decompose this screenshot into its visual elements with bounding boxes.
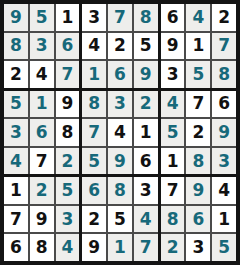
box-7: 125793684 [4,177,79,261]
cell-r5c7-solved[interactable]: 5 [161,119,185,146]
cell-r7c9-given[interactable]: 4 [212,177,236,204]
cell-r5c5-given[interactable]: 4 [108,119,132,146]
cell-r2c2-solved[interactable]: 3 [30,33,54,60]
cell-r9c4-given[interactable]: 9 [82,234,106,261]
cell-r8c8-solved[interactable]: 6 [186,206,210,233]
box-3: 642917358 [161,4,236,88]
cell-r8c2-given[interactable]: 9 [30,206,54,233]
cell-r6c4-solved[interactable]: 5 [82,148,106,175]
cell-r5c9-solved[interactable]: 9 [212,119,236,146]
cell-r9c5-solved[interactable]: 1 [108,234,132,261]
cell-r5c8-given[interactable]: 2 [186,119,210,146]
box-6: 476529183 [161,91,236,175]
cell-r2c8-given[interactable]: 1 [186,33,210,60]
cell-r2c9-solved[interactable]: 7 [212,33,236,60]
cell-r3c7-given[interactable]: 3 [161,61,185,88]
cell-r1c5-solved[interactable]: 7 [108,4,132,31]
cell-r8c7-solved[interactable]: 8 [161,206,185,233]
box-4: 519368472 [4,91,79,175]
cell-r6c6-given[interactable]: 6 [134,148,158,175]
cell-r2c1-solved[interactable]: 8 [4,33,28,60]
cell-r2c7-given[interactable]: 9 [161,33,185,60]
cell-r2c6-given[interactable]: 5 [134,33,158,60]
cell-r2c5-given[interactable]: 2 [108,33,132,60]
cell-r1c7-given[interactable]: 6 [161,4,185,31]
cell-r3c1-given[interactable]: 2 [4,61,28,88]
cell-r4c4-solved[interactable]: 8 [82,91,106,118]
cell-r5c6-given[interactable]: 1 [134,119,158,146]
cell-r4c1-solved[interactable]: 5 [4,91,28,118]
cell-r4c2-solved[interactable]: 1 [30,91,54,118]
cell-r8c5-given[interactable]: 5 [108,206,132,233]
cell-r3c4-solved[interactable]: 1 [82,61,106,88]
cell-r1c9-given[interactable]: 2 [212,4,236,31]
cell-r4c8-given[interactable]: 7 [186,91,210,118]
cell-r6c2-given[interactable]: 7 [30,148,54,175]
cell-r4c3-given[interactable]: 9 [56,91,80,118]
cell-r3c5-solved[interactable]: 6 [108,61,132,88]
cell-r3c6-solved[interactable]: 9 [134,61,158,88]
cell-r8c1-given[interactable]: 7 [4,206,28,233]
cell-r8c6-solved[interactable]: 4 [134,206,158,233]
cell-r7c4-solved[interactable]: 6 [82,177,106,204]
cell-r4c9-given[interactable]: 6 [212,91,236,118]
cell-r7c3-solved[interactable]: 5 [56,177,80,204]
cell-r7c2-solved[interactable]: 2 [30,177,54,204]
cell-r9c9-solved[interactable]: 5 [212,234,236,261]
cell-r4c5-solved[interactable]: 3 [108,91,132,118]
cell-r1c8-solved[interactable]: 4 [186,4,210,31]
cell-r6c9-solved[interactable]: 3 [212,148,236,175]
cell-r2c3-solved[interactable]: 6 [56,33,80,60]
cell-r5c2-solved[interactable]: 6 [30,119,54,146]
cell-r7c1-given[interactable]: 1 [4,177,28,204]
cell-r7c8-solved[interactable]: 9 [186,177,210,204]
cell-r7c5-solved[interactable]: 8 [108,177,132,204]
box-8: 683254917 [82,177,157,261]
cell-r8c4-given[interactable]: 2 [82,206,106,233]
box-2: 378425169 [82,4,157,88]
cell-r3c3-solved[interactable]: 7 [56,61,80,88]
box-9: 794861235 [161,177,236,261]
cell-r4c7-solved[interactable]: 4 [161,91,185,118]
cell-r9c7-solved[interactable]: 2 [161,234,185,261]
cell-r9c8-given[interactable]: 3 [186,234,210,261]
cell-r3c9-solved[interactable]: 8 [212,61,236,88]
cell-r1c2-solved[interactable]: 5 [30,4,54,31]
cell-r6c8-solved[interactable]: 8 [186,148,210,175]
cell-r1c4-given[interactable]: 3 [82,4,106,31]
cell-r2c4-given[interactable]: 4 [82,33,106,60]
cell-r5c3-given[interactable]: 8 [56,119,80,146]
cell-r5c4-solved[interactable]: 7 [82,119,106,146]
cell-r6c1-solved[interactable]: 4 [4,148,28,175]
sudoku-board: 9518362473784251696429173585193684728327… [0,0,240,265]
cell-r1c1-solved[interactable]: 9 [4,4,28,31]
box-5: 832741596 [82,91,157,175]
box-1: 951836247 [4,4,79,88]
cell-r9c1-given[interactable]: 6 [4,234,28,261]
cell-r1c3-given[interactable]: 1 [56,4,80,31]
cell-r3c2-given[interactable]: 4 [30,61,54,88]
cell-r9c3-solved[interactable]: 4 [56,234,80,261]
cell-r1c6-solved[interactable]: 8 [134,4,158,31]
cell-r7c6-given[interactable]: 3 [134,177,158,204]
cell-r8c9-given[interactable]: 1 [212,206,236,233]
cell-r7c7-given[interactable]: 7 [161,177,185,204]
cell-r6c3-solved[interactable]: 2 [56,148,80,175]
cell-r5c1-solved[interactable]: 3 [4,119,28,146]
cell-r3c8-solved[interactable]: 5 [186,61,210,88]
cell-r9c2-given[interactable]: 8 [30,234,54,261]
cell-r6c7-given[interactable]: 1 [161,148,185,175]
cell-r9c6-solved[interactable]: 7 [134,234,158,261]
cell-r8c3-solved[interactable]: 3 [56,206,80,233]
cell-r4c6-solved[interactable]: 2 [134,91,158,118]
cell-r6c5-solved[interactable]: 9 [108,148,132,175]
